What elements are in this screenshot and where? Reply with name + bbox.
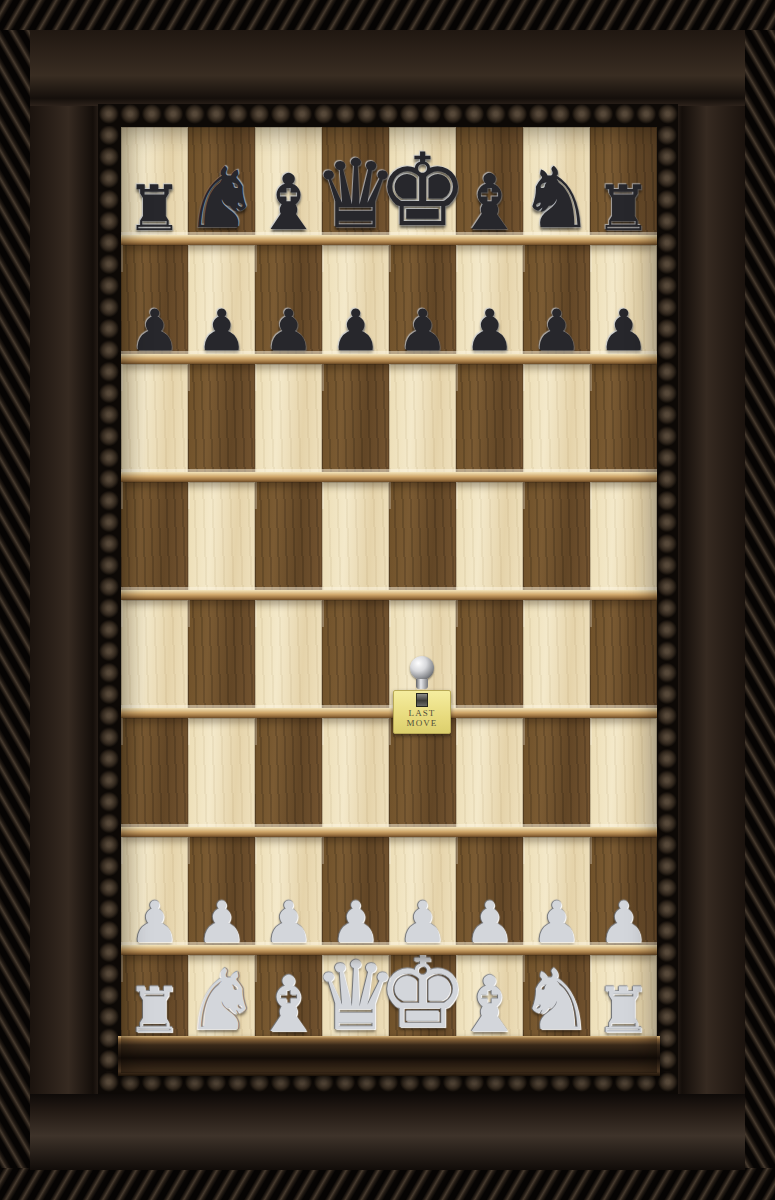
frame-rope-trim-right — [743, 0, 775, 1200]
shelf-rank-3 — [121, 827, 657, 837]
square-b8[interactable]: ♞ — [188, 127, 255, 245]
piece-white-rook-h1[interactable]: ♜ — [595, 981, 651, 1041]
piece-black-pawn-b7[interactable]: ♟ — [196, 303, 247, 357]
marker-card: LAST MOVE — [393, 690, 451, 734]
piece-black-pawn-d7[interactable]: ♟ — [330, 303, 381, 357]
piece-white-pawn-a2[interactable]: ♟ — [129, 895, 180, 949]
frame-rope-trim-left — [0, 0, 32, 1200]
chess-board: ♜♞♝♛♚♝♞♜♟♟♟♟♟♟♟♟♟♟♟♟♟♟♟♟♜♞♝♛♚♝♞♜ LAST MO… — [120, 126, 658, 1074]
piece-black-rook-h8[interactable]: ♜ — [595, 179, 651, 239]
piece-black-bishop-f8[interactable]: ♝ — [455, 166, 524, 239]
piece-white-rook-a1[interactable]: ♜ — [126, 981, 182, 1041]
piece-white-pawn-c2[interactable]: ♟ — [263, 895, 314, 949]
piece-black-pawn-f7[interactable]: ♟ — [464, 303, 515, 357]
framed-vertical-chessboard-photo: { "game": "chess", "board_style": "verti… — [0, 0, 775, 1200]
piece-black-pawn-a7[interactable]: ♟ — [129, 303, 180, 357]
shelf-brackets-rank-3 — [121, 837, 657, 864]
square-h8[interactable]: ♜ — [590, 127, 657, 245]
piece-black-rook-a8[interactable]: ♜ — [126, 179, 182, 239]
piece-white-pawn-b2[interactable]: ♟ — [196, 895, 247, 949]
shelf-rank-5 — [121, 590, 657, 600]
piece-black-knight-g8[interactable]: ♞ — [519, 159, 594, 239]
shelf-brackets-rank-5 — [121, 600, 657, 627]
frame-panel-top — [30, 30, 745, 106]
shelf-rank-7 — [121, 354, 657, 364]
knob-stem-icon — [416, 679, 428, 689]
frame-bead-trim-top — [98, 104, 678, 126]
marker-clip-emblem-icon — [416, 693, 428, 707]
frame-panel-left — [30, 30, 100, 1170]
square-g8[interactable]: ♞ — [523, 127, 590, 245]
shelf-brackets-rank-7 — [121, 364, 657, 391]
frame-bead-trim-right — [656, 104, 678, 1094]
shelf-brackets-rank-4 — [121, 718, 657, 745]
marker-pawn-knob-icon — [410, 656, 434, 690]
piece-black-knight-b8[interactable]: ♞ — [184, 159, 259, 239]
piece-black-pawn-g7[interactable]: ♟ — [531, 303, 582, 357]
shelf-rank-8 — [121, 235, 657, 245]
shelf-rank-4 — [121, 708, 657, 718]
piece-black-pawn-e7[interactable]: ♟ — [397, 303, 448, 357]
square-a8[interactable]: ♜ — [121, 127, 188, 245]
shelf-brackets-rank-6 — [121, 482, 657, 509]
frame-rope-trim-top — [0, 0, 775, 30]
shelf-brackets-rank-2 — [121, 955, 657, 982]
knob-ball-icon — [410, 656, 434, 680]
frame-panel-bottom — [30, 1094, 745, 1170]
frame-rope-trim-bottom — [0, 1168, 775, 1200]
piece-white-pawn-f2[interactable]: ♟ — [464, 895, 515, 949]
square-e8[interactable]: ♚ — [389, 127, 456, 245]
shelf-brackets-rank-8 — [121, 245, 657, 272]
shelf-rank-2 — [121, 945, 657, 955]
last-move-marker[interactable]: LAST MOVE — [393, 656, 451, 734]
frame-bead-trim-left — [98, 104, 120, 1094]
marker-label: LAST MOVE — [394, 708, 450, 728]
piece-white-pawn-h2[interactable]: ♟ — [598, 895, 649, 949]
piece-black-pawn-c7[interactable]: ♟ — [263, 303, 314, 357]
piece-black-pawn-h7[interactable]: ♟ — [598, 303, 649, 357]
bottom-display-ledge — [118, 1036, 660, 1076]
shelf-rank-6 — [121, 472, 657, 482]
frame-panel-right — [675, 30, 745, 1170]
piece-white-pawn-g2[interactable]: ♟ — [531, 895, 582, 949]
